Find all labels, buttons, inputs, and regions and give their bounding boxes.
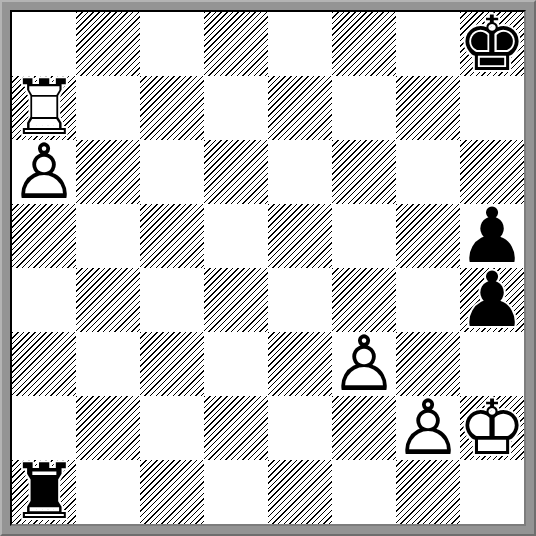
square-d8[interactable] bbox=[204, 12, 268, 76]
square-c8[interactable] bbox=[140, 12, 204, 76]
piece-white-pawn: ♙ bbox=[12, 140, 76, 204]
square-f5[interactable] bbox=[332, 204, 396, 268]
piece-white-pawn: ♙ bbox=[396, 396, 460, 460]
piece-white-rook-fill: ♜ bbox=[12, 76, 76, 140]
square-f3[interactable]: ♟♙ bbox=[332, 332, 396, 396]
square-g4[interactable] bbox=[396, 268, 460, 332]
square-e3[interactable] bbox=[268, 332, 332, 396]
square-h3[interactable] bbox=[460, 332, 524, 396]
square-a1[interactable]: ♜ bbox=[12, 460, 76, 524]
square-d5[interactable] bbox=[204, 204, 268, 268]
square-b5[interactable] bbox=[76, 204, 140, 268]
piece-black-pawn: ♟ bbox=[460, 204, 524, 268]
square-h1[interactable] bbox=[460, 460, 524, 524]
piece-white-pawn-fill: ♟ bbox=[332, 332, 396, 396]
square-h6[interactable] bbox=[460, 140, 524, 204]
square-d6[interactable] bbox=[204, 140, 268, 204]
square-h8[interactable]: ♚ bbox=[460, 12, 524, 76]
square-g8[interactable] bbox=[396, 12, 460, 76]
square-c1[interactable] bbox=[140, 460, 204, 524]
square-b7[interactable] bbox=[76, 76, 140, 140]
square-c4[interactable] bbox=[140, 268, 204, 332]
square-c3[interactable] bbox=[140, 332, 204, 396]
square-g5[interactable] bbox=[396, 204, 460, 268]
chess-board: ♚♜♖♟♙♟♟♟♙♟♙♚♔♜ bbox=[10, 10, 526, 526]
square-c7[interactable] bbox=[140, 76, 204, 140]
piece-black-rook: ♜ bbox=[12, 460, 76, 524]
square-b2[interactable] bbox=[76, 396, 140, 460]
piece-white-pawn-fill: ♟ bbox=[12, 140, 76, 204]
square-g7[interactable] bbox=[396, 76, 460, 140]
square-e2[interactable] bbox=[268, 396, 332, 460]
square-d4[interactable] bbox=[204, 268, 268, 332]
square-g3[interactable] bbox=[396, 332, 460, 396]
square-c5[interactable] bbox=[140, 204, 204, 268]
square-d7[interactable] bbox=[204, 76, 268, 140]
square-h4[interactable]: ♟ bbox=[460, 268, 524, 332]
piece-white-rook: ♖ bbox=[12, 76, 76, 140]
piece-white-king-fill: ♚ bbox=[460, 396, 524, 460]
square-e5[interactable] bbox=[268, 204, 332, 268]
piece-white-pawn-fill: ♟ bbox=[396, 396, 460, 460]
square-d2[interactable] bbox=[204, 396, 268, 460]
square-c6[interactable] bbox=[140, 140, 204, 204]
square-b8[interactable] bbox=[76, 12, 140, 76]
square-e8[interactable] bbox=[268, 12, 332, 76]
board-frame: ♚♜♖♟♙♟♟♟♙♟♙♚♔♜ bbox=[0, 0, 536, 536]
piece-black-pawn: ♟ bbox=[460, 268, 524, 332]
square-d3[interactable] bbox=[204, 332, 268, 396]
square-e4[interactable] bbox=[268, 268, 332, 332]
square-d1[interactable] bbox=[204, 460, 268, 524]
square-f8[interactable] bbox=[332, 12, 396, 76]
square-g6[interactable] bbox=[396, 140, 460, 204]
square-f1[interactable] bbox=[332, 460, 396, 524]
square-a6[interactable]: ♟♙ bbox=[12, 140, 76, 204]
square-a3[interactable] bbox=[12, 332, 76, 396]
piece-white-king: ♔ bbox=[460, 396, 524, 460]
square-a5[interactable] bbox=[12, 204, 76, 268]
square-f7[interactable] bbox=[332, 76, 396, 140]
square-h2[interactable]: ♚♔ bbox=[460, 396, 524, 460]
square-e6[interactable] bbox=[268, 140, 332, 204]
square-f2[interactable] bbox=[332, 396, 396, 460]
square-f6[interactable] bbox=[332, 140, 396, 204]
square-b3[interactable] bbox=[76, 332, 140, 396]
square-a8[interactable] bbox=[12, 12, 76, 76]
square-a2[interactable] bbox=[12, 396, 76, 460]
square-h7[interactable] bbox=[460, 76, 524, 140]
square-e7[interactable] bbox=[268, 76, 332, 140]
square-e1[interactable] bbox=[268, 460, 332, 524]
square-b4[interactable] bbox=[76, 268, 140, 332]
square-g2[interactable]: ♟♙ bbox=[396, 396, 460, 460]
square-c2[interactable] bbox=[140, 396, 204, 460]
square-g1[interactable] bbox=[396, 460, 460, 524]
piece-black-king: ♚ bbox=[460, 12, 524, 76]
square-h5[interactable]: ♟ bbox=[460, 204, 524, 268]
square-f4[interactable] bbox=[332, 268, 396, 332]
square-b1[interactable] bbox=[76, 460, 140, 524]
piece-white-pawn: ♙ bbox=[332, 332, 396, 396]
square-b6[interactable] bbox=[76, 140, 140, 204]
square-a4[interactable] bbox=[12, 268, 76, 332]
square-a7[interactable]: ♜♖ bbox=[12, 76, 76, 140]
